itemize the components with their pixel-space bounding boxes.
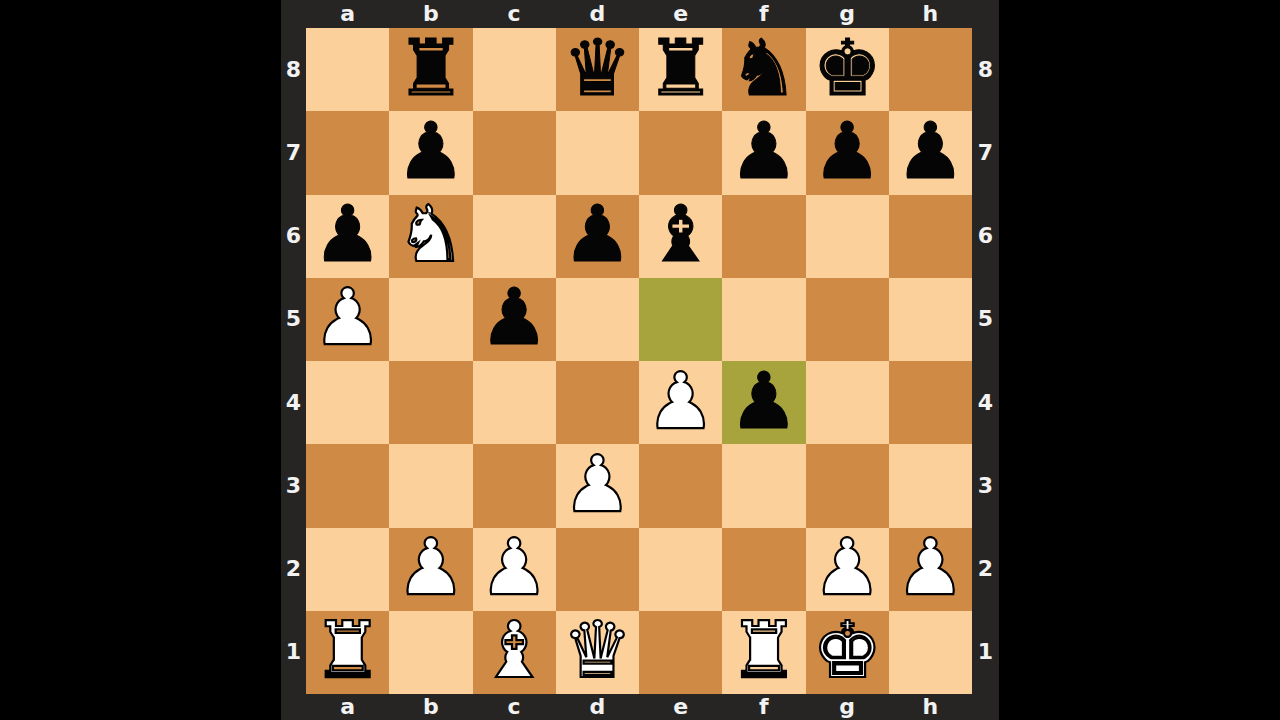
square-d8[interactable]: ♛ [556,28,639,111]
chess-board: ♜♛♜♞♚♟♟♟♟♟♞♟♝♟♟♟♟♟♟♟♟♟♜♝♛♜♚ [306,28,972,694]
square-c8[interactable] [473,28,556,111]
rank-labels-left: 87654321 [281,28,306,694]
file-label-bottom-c: c [473,694,556,720]
square-b3[interactable] [389,444,472,527]
rank-label-right-8: 8 [972,28,999,111]
rank-label-right-5: 5 [972,278,999,361]
black-pawn-f4[interactable]: ♟ [729,362,799,440]
white-rook-f1[interactable]: ♜ [729,611,799,689]
rank-label-left-6: 6 [281,195,306,278]
square-e5[interactable] [639,278,722,361]
black-rook-b8[interactable]: ♜ [396,29,466,107]
square-b1[interactable] [389,611,472,694]
black-pawn-f7[interactable]: ♟ [729,112,799,190]
square-e4[interactable]: ♟ [639,361,722,444]
file-label-bottom-d: d [556,694,639,720]
square-a2[interactable] [306,528,389,611]
square-a4[interactable] [306,361,389,444]
square-d2[interactable] [556,528,639,611]
white-pawn-g2[interactable]: ♟ [812,528,882,606]
square-b8[interactable]: ♜ [389,28,472,111]
rank-label-right-2: 2 [972,528,999,611]
white-rook-a1[interactable]: ♜ [313,611,383,689]
white-bishop-c1[interactable]: ♝ [479,611,549,689]
square-h2[interactable]: ♟ [889,528,972,611]
black-king-g8[interactable]: ♚ [812,29,882,107]
square-f2[interactable] [722,528,805,611]
square-a8[interactable] [306,28,389,111]
square-d5[interactable] [556,278,639,361]
square-h1[interactable] [889,611,972,694]
square-g1[interactable]: ♚ [806,611,889,694]
square-b7[interactable]: ♟ [389,111,472,194]
square-h8[interactable] [889,28,972,111]
square-e2[interactable] [639,528,722,611]
rank-label-left-5: 5 [281,278,306,361]
square-c3[interactable] [473,444,556,527]
square-c7[interactable] [473,111,556,194]
square-h4[interactable] [889,361,972,444]
square-f5[interactable] [722,278,805,361]
rank-label-right-4: 4 [972,361,999,444]
board-panel: abcdefgh 87654321 87654321 abcdefgh ♜♛♜♞… [281,0,999,720]
video-frame: abcdefgh 87654321 87654321 abcdefgh ♜♛♜♞… [0,0,1280,720]
white-knight-b6[interactable]: ♞ [396,195,466,273]
square-d3[interactable]: ♟ [556,444,639,527]
file-label-bottom-g: g [806,694,889,720]
rank-label-left-4: 4 [281,361,306,444]
rank-label-left-7: 7 [281,111,306,194]
rank-label-right-3: 3 [972,444,999,527]
black-knight-f8[interactable]: ♞ [729,29,799,107]
square-b5[interactable] [389,278,472,361]
white-king-g1[interactable]: ♚ [812,611,882,689]
black-pawn-b7[interactable]: ♟ [396,112,466,190]
black-pawn-d6[interactable]: ♟ [562,195,632,273]
square-h5[interactable] [889,278,972,361]
square-b2[interactable]: ♟ [389,528,472,611]
square-d7[interactable] [556,111,639,194]
square-a1[interactable]: ♜ [306,611,389,694]
square-f3[interactable] [722,444,805,527]
square-e6[interactable]: ♝ [639,195,722,278]
file-label-top-c: c [473,0,556,28]
square-g2[interactable]: ♟ [806,528,889,611]
square-d1[interactable]: ♛ [556,611,639,694]
file-label-top-h: h [889,0,972,28]
rank-label-right-1: 1 [972,611,999,694]
black-pawn-c5[interactable]: ♟ [479,278,549,356]
square-a6[interactable]: ♟ [306,195,389,278]
square-c5[interactable]: ♟ [473,278,556,361]
rank-label-left-3: 3 [281,444,306,527]
square-g8[interactable]: ♚ [806,28,889,111]
square-a5[interactable]: ♟ [306,278,389,361]
square-e8[interactable]: ♜ [639,28,722,111]
black-rook-e8[interactable]: ♜ [646,29,716,107]
square-h3[interactable] [889,444,972,527]
white-pawn-d3[interactable]: ♟ [562,445,632,523]
white-pawn-e4[interactable]: ♟ [646,362,716,440]
file-labels-bottom: abcdefgh [306,694,972,720]
file-label-top-a: a [306,0,389,28]
black-pawn-h7[interactable]: ♟ [895,112,965,190]
square-a3[interactable] [306,444,389,527]
rank-label-right-6: 6 [972,195,999,278]
square-f8[interactable]: ♞ [722,28,805,111]
white-pawn-b2[interactable]: ♟ [396,528,466,606]
square-d4[interactable] [556,361,639,444]
black-pawn-a6[interactable]: ♟ [313,195,383,273]
file-label-bottom-e: e [639,694,722,720]
white-pawn-a5[interactable]: ♟ [313,278,383,356]
file-label-bottom-f: f [722,694,805,720]
square-f1[interactable]: ♜ [722,611,805,694]
white-queen-d1[interactable]: ♛ [562,611,632,689]
rank-label-left-2: 2 [281,528,306,611]
file-label-bottom-b: b [389,694,472,720]
rank-label-left-8: 8 [281,28,306,111]
square-f7[interactable]: ♟ [722,111,805,194]
square-c4[interactable] [473,361,556,444]
square-g4[interactable] [806,361,889,444]
square-h7[interactable]: ♟ [889,111,972,194]
square-h6[interactable] [889,195,972,278]
square-f4[interactable]: ♟ [722,361,805,444]
black-queen-d8[interactable]: ♛ [562,29,632,107]
file-label-bottom-a: a [306,694,389,720]
rank-label-left-1: 1 [281,611,306,694]
file-label-bottom-h: h [889,694,972,720]
square-b6[interactable]: ♞ [389,195,472,278]
white-pawn-c2[interactable]: ♟ [479,528,549,606]
square-d6[interactable]: ♟ [556,195,639,278]
square-g5[interactable] [806,278,889,361]
square-c2[interactable]: ♟ [473,528,556,611]
square-g6[interactable] [806,195,889,278]
square-g7[interactable]: ♟ [806,111,889,194]
black-pawn-g7[interactable]: ♟ [812,112,882,190]
square-e1[interactable] [639,611,722,694]
square-c6[interactable] [473,195,556,278]
white-pawn-h2[interactable]: ♟ [895,528,965,606]
square-b4[interactable] [389,361,472,444]
black-bishop-e6[interactable]: ♝ [646,195,716,273]
square-e3[interactable] [639,444,722,527]
rank-labels-right: 87654321 [972,28,999,694]
square-a7[interactable] [306,111,389,194]
square-e7[interactable] [639,111,722,194]
rank-label-right-7: 7 [972,111,999,194]
square-f6[interactable] [722,195,805,278]
square-g3[interactable] [806,444,889,527]
square-c1[interactable]: ♝ [473,611,556,694]
